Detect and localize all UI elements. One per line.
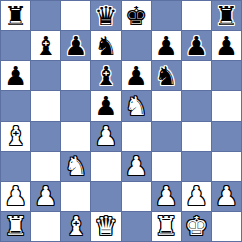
black-bishop[interactable]: ♝ — [94, 63, 117, 89]
square-a5[interactable] — [1, 91, 30, 120]
square-e2[interactable] — [122, 182, 151, 211]
white-pawn[interactable]: ♟ — [34, 183, 57, 209]
square-b4[interactable] — [31, 122, 60, 151]
black-pawn[interactable]: ♟ — [185, 33, 208, 59]
square-h1[interactable] — [212, 212, 241, 241]
square-a7[interactable] — [1, 31, 30, 60]
square-b1[interactable] — [31, 212, 60, 241]
white-queen[interactable]: ♛ — [94, 213, 117, 239]
black-rook[interactable]: ♜ — [215, 3, 238, 29]
square-d5[interactable]: ♟ — [91, 91, 120, 120]
square-a8[interactable]: ♜ — [1, 1, 30, 30]
square-h7[interactable]: ♟ — [212, 31, 241, 60]
square-g6[interactable] — [182, 61, 211, 90]
square-h6[interactable] — [212, 61, 241, 90]
square-a3[interactable] — [1, 152, 30, 181]
square-b2[interactable]: ♟ — [31, 182, 60, 211]
square-d7[interactable]: ♞ — [91, 31, 120, 60]
black-pawn[interactable]: ♟ — [4, 63, 27, 89]
square-e7[interactable] — [122, 31, 151, 60]
square-d2[interactable] — [91, 182, 120, 211]
square-a2[interactable]: ♟ — [1, 182, 30, 211]
square-f5[interactable] — [152, 91, 181, 120]
black-pawn[interactable]: ♟ — [64, 33, 87, 59]
square-h3[interactable] — [212, 152, 241, 181]
black-pawn[interactable]: ♟ — [124, 63, 147, 89]
white-pawn[interactable]: ♟ — [215, 183, 238, 209]
square-f7[interactable]: ♟ — [152, 31, 181, 60]
square-f8[interactable] — [152, 1, 181, 30]
square-f4[interactable] — [152, 122, 181, 151]
black-pawn[interactable]: ♟ — [94, 93, 117, 119]
black-pawn[interactable]: ♟ — [155, 33, 178, 59]
square-e3[interactable]: ♟ — [122, 152, 151, 181]
square-b7[interactable]: ♝ — [31, 31, 60, 60]
square-c7[interactable]: ♟ — [61, 31, 90, 60]
white-rook[interactable]: ♜ — [155, 213, 178, 239]
square-g3[interactable] — [182, 152, 211, 181]
chess-board: ♜♛♚♜♝♟♞♟♟♟♟♝♟♞♟♞♝♟♞♟♟♟♟♟♟♜♝♛♜♚ — [0, 0, 242, 242]
black-knight[interactable]: ♞ — [155, 63, 178, 89]
white-pawn[interactable]: ♟ — [155, 183, 178, 209]
black-knight[interactable]: ♞ — [94, 33, 117, 59]
white-pawn[interactable]: ♟ — [4, 183, 27, 209]
square-a4[interactable]: ♝ — [1, 122, 30, 151]
white-bishop[interactable]: ♝ — [4, 123, 27, 149]
white-pawn[interactable]: ♟ — [185, 183, 208, 209]
square-e4[interactable] — [122, 122, 151, 151]
square-d1[interactable]: ♛ — [91, 212, 120, 241]
white-pawn[interactable]: ♟ — [94, 123, 117, 149]
square-c2[interactable] — [61, 182, 90, 211]
square-g8[interactable] — [182, 1, 211, 30]
square-h2[interactable]: ♟ — [212, 182, 241, 211]
square-f6[interactable]: ♞ — [152, 61, 181, 90]
square-h8[interactable]: ♜ — [212, 1, 241, 30]
square-h4[interactable] — [212, 122, 241, 151]
square-h5[interactable] — [212, 91, 241, 120]
square-d8[interactable]: ♛ — [91, 1, 120, 30]
square-b3[interactable] — [31, 152, 60, 181]
square-a6[interactable]: ♟ — [1, 61, 30, 90]
square-d4[interactable]: ♟ — [91, 122, 120, 151]
square-c5[interactable] — [61, 91, 90, 120]
white-rook[interactable]: ♜ — [4, 213, 27, 239]
square-g4[interactable] — [182, 122, 211, 151]
square-c3[interactable]: ♞ — [61, 152, 90, 181]
white-king[interactable]: ♚ — [185, 213, 208, 239]
square-a1[interactable]: ♜ — [1, 212, 30, 241]
white-knight[interactable]: ♞ — [64, 153, 87, 179]
square-e1[interactable] — [122, 212, 151, 241]
black-rook[interactable]: ♜ — [4, 3, 27, 29]
square-f1[interactable]: ♜ — [152, 212, 181, 241]
square-e6[interactable]: ♟ — [122, 61, 151, 90]
square-c4[interactable] — [61, 122, 90, 151]
black-bishop[interactable]: ♝ — [34, 33, 57, 59]
square-c8[interactable] — [61, 1, 90, 30]
black-pawn[interactable]: ♟ — [215, 33, 238, 59]
square-c1[interactable]: ♝ — [61, 212, 90, 241]
square-e8[interactable]: ♚ — [122, 1, 151, 30]
square-g5[interactable] — [182, 91, 211, 120]
square-d3[interactable] — [91, 152, 120, 181]
square-b6[interactable] — [31, 61, 60, 90]
square-g1[interactable]: ♚ — [182, 212, 211, 241]
square-e5[interactable]: ♞ — [122, 91, 151, 120]
square-c6[interactable] — [61, 61, 90, 90]
square-f2[interactable]: ♟ — [152, 182, 181, 211]
square-b8[interactable] — [31, 1, 60, 30]
white-pawn[interactable]: ♟ — [124, 153, 147, 179]
black-king[interactable]: ♚ — [124, 3, 147, 29]
square-f3[interactable] — [152, 152, 181, 181]
square-g2[interactable]: ♟ — [182, 182, 211, 211]
white-knight[interactable]: ♞ — [124, 93, 147, 119]
square-b5[interactable] — [31, 91, 60, 120]
black-queen[interactable]: ♛ — [94, 3, 117, 29]
square-g7[interactable]: ♟ — [182, 31, 211, 60]
square-d6[interactable]: ♝ — [91, 61, 120, 90]
white-bishop[interactable]: ♝ — [64, 213, 87, 239]
